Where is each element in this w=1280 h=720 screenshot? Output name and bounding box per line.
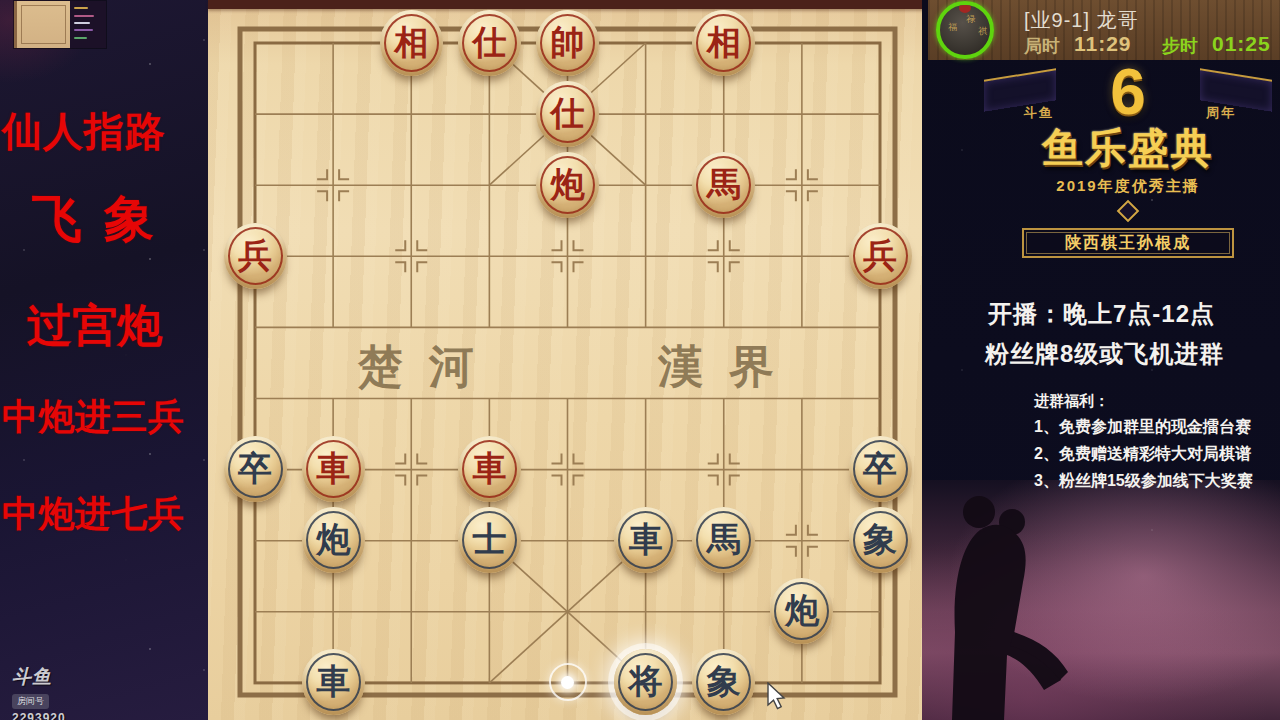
piece-character: 将 — [629, 664, 663, 698]
piece-character: 象 — [863, 522, 897, 556]
piece-red-仕[interactable]: 仕 — [536, 81, 599, 147]
game-time-label: 局时 — [1024, 34, 1060, 58]
piece-character: 卒 — [863, 451, 897, 485]
piece-character: 士 — [472, 522, 506, 556]
piece-red-炮[interactable]: 炮 — [536, 152, 599, 218]
piece-character: 仕 — [551, 96, 585, 130]
piece-red-馬[interactable]: 馬 — [692, 152, 755, 218]
nebula-background: 两架飞机上房管，送海量视频 QQ群号：793548142 天天象棋棋社：5294… — [922, 480, 1280, 720]
opening-label-3: 过宫炮 — [27, 296, 162, 356]
benefit-item-3: 3、粉丝牌15级参加线下大奖赛 — [1034, 471, 1253, 492]
avatar-calligraphy: 祺 — [978, 25, 987, 38]
piece-black-炮[interactable]: 炮 — [770, 578, 833, 644]
benefits-title: 进群福利： — [1034, 392, 1109, 411]
banner-douyu-label: 斗鱼 — [1024, 104, 1054, 122]
champion-badge-text: 陕西棋王孙根成 — [1065, 233, 1191, 254]
piece-character: 兵 — [238, 238, 272, 272]
game-time-value: 11:29 — [1074, 32, 1132, 56]
piece-character: 車 — [472, 451, 506, 485]
piece-black-象[interactable]: 象 — [849, 507, 912, 573]
piece-character: 相 — [394, 25, 428, 59]
opening-label-2: 飞象 — [32, 186, 176, 253]
player-info-bar: 福 禄 祺 [业9-1] 龙哥 局时 11:29 步时 01:25 — [928, 0, 1280, 60]
fan-badge-line: 粉丝牌8级或飞机进群 — [985, 338, 1224, 370]
piece-black-馬[interactable]: 馬 — [692, 507, 755, 573]
piece-character: 象 — [707, 664, 741, 698]
piece-black-象[interactable]: 象 — [692, 649, 755, 715]
piece-character: 帥 — [551, 25, 585, 59]
piece-black-卒[interactable]: 卒 — [224, 436, 287, 502]
stream-mini-preview — [14, 1, 106, 48]
move-time-value: 01:25 — [1212, 32, 1271, 56]
piece-black-車[interactable]: 車 — [302, 649, 365, 715]
avatar-knob — [959, 3, 971, 13]
piece-red-兵[interactable]: 兵 — [849, 223, 912, 289]
piece-black-将[interactable]: 将 — [614, 649, 677, 715]
piece-character: 炮 — [551, 167, 585, 201]
mouse-cursor-icon — [767, 682, 786, 710]
right-panel: 两架飞机上房管，送海量视频 QQ群号：793548142 天天象棋棋社：5294… — [922, 0, 1280, 720]
mini-board-thumbnail — [14, 1, 70, 48]
piece-black-士[interactable]: 士 — [458, 507, 521, 573]
piece-character: 馬 — [707, 167, 741, 201]
room-number-label: 房间号 — [12, 694, 49, 709]
douyu-watermark: 斗鱼 房间号 2293920 — [12, 664, 66, 720]
piece-character: 兵 — [863, 238, 897, 272]
avatar-calligraphy: 福 — [948, 21, 957, 34]
piece-red-車[interactable]: 車 — [302, 436, 365, 502]
piece-red-相[interactable]: 相 — [692, 10, 755, 76]
piece-character: 馬 — [707, 522, 741, 556]
piece-red-兵[interactable]: 兵 — [224, 223, 287, 289]
piece-red-車[interactable]: 車 — [458, 436, 521, 502]
festival-subtitle: 2019年度优秀主播 — [976, 177, 1280, 196]
streamer-avatar[interactable]: 福 禄 祺 — [936, 1, 994, 59]
piece-red-相[interactable]: 相 — [380, 10, 443, 76]
piece-character: 卒 — [238, 451, 272, 485]
piece-character: 仕 — [472, 25, 506, 59]
banner-anniversary-label: 周年 — [1206, 104, 1236, 122]
opening-label-5: 中炮进七兵 — [2, 490, 185, 539]
piece-black-卒[interactable]: 卒 — [849, 436, 912, 502]
piece-character: 炮 — [316, 522, 350, 556]
piece-black-車[interactable]: 車 — [614, 507, 677, 573]
douyu-logo: 斗鱼 — [12, 664, 66, 690]
champion-badge: 陕西棋王孙根成 — [1022, 228, 1234, 258]
anniversary-banner: 6 斗鱼 周年 鱼乐盛典 2019年度优秀主播 陕西棋王孙根成 — [976, 60, 1280, 258]
player-name: [业9-1] 龙哥 — [1024, 7, 1139, 34]
xiangqi-board[interactable]: 楚河 漢界 相仕帥相仕炮馬兵兵卒車車卒炮士車馬象炮車将象 — [208, 0, 924, 720]
piece-character: 車 — [316, 664, 350, 698]
mini-sidebar-thumbnail — [70, 1, 106, 48]
left-panel: 仙人指路 飞象 过宫炮 中炮进三兵 中炮进七兵 斗鱼 房间号 2293920 — [0, 0, 208, 720]
last-move-marker — [549, 663, 587, 701]
benefit-item-2: 2、免费赠送精彩特大对局棋谱 — [1034, 444, 1251, 465]
benefit-item-1: 1、免费参加群里的现金擂台赛 — [1034, 417, 1251, 438]
stream-frame: 仙人指路 飞象 过宫炮 中炮进三兵 中炮进七兵 斗鱼 房间号 2293920 楚… — [0, 0, 1280, 720]
broadcast-time-line: 开播：晚上7点-12点 — [988, 298, 1215, 330]
piece-grid: 相仕帥相仕炮馬兵兵卒車車卒炮士車馬象炮車将象 — [216, 7, 919, 718]
banner-diamond-ornament — [1117, 200, 1140, 223]
piece-red-仕[interactable]: 仕 — [458, 10, 521, 76]
avatar-calligraphy: 禄 — [966, 13, 975, 26]
festival-title: 鱼乐盛典 — [976, 126, 1280, 170]
opening-label-1: 仙人指路 — [2, 104, 166, 159]
piece-character: 炮 — [785, 593, 819, 627]
move-time-label: 步时 — [1162, 34, 1198, 58]
couple-silhouette — [922, 482, 1074, 720]
piece-character: 相 — [707, 25, 741, 59]
room-number-value: 2293920 — [12, 711, 66, 720]
piece-character: 車 — [316, 451, 350, 485]
piece-black-炮[interactable]: 炮 — [302, 507, 365, 573]
opening-label-4: 中炮进三兵 — [2, 393, 185, 442]
piece-character: 車 — [629, 522, 663, 556]
piece-red-帥[interactable]: 帥 — [536, 10, 599, 76]
